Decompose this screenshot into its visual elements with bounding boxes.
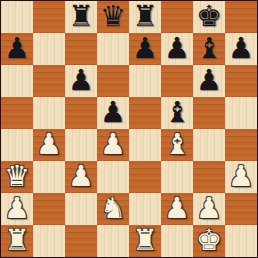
square-a6[interactable]	[1, 65, 33, 97]
white-pawn-piece[interactable]: ♟	[36, 129, 62, 160]
black-bishop-piece[interactable]: ♝	[164, 97, 190, 128]
black-pawn-piece[interactable]: ♟	[228, 33, 254, 64]
white-pawn-piece[interactable]: ♟	[68, 161, 94, 192]
square-g7[interactable]: ♝	[193, 33, 225, 65]
square-a2[interactable]: ♟	[1, 193, 33, 225]
white-queen-piece[interactable]: ♛	[4, 161, 30, 192]
square-e2[interactable]	[129, 193, 161, 225]
square-g4[interactable]	[193, 129, 225, 161]
square-c8[interactable]: ♜	[65, 1, 97, 33]
square-c6[interactable]: ♟	[65, 65, 97, 97]
white-king-piece[interactable]: ♚	[196, 225, 222, 256]
white-bishop-piece[interactable]: ♝	[164, 129, 190, 160]
black-pawn-piece[interactable]: ♟	[132, 33, 158, 64]
square-b2[interactable]	[33, 193, 65, 225]
black-king-piece[interactable]: ♚	[196, 1, 222, 32]
square-g8[interactable]: ♚	[193, 1, 225, 33]
square-e3[interactable]	[129, 161, 161, 193]
black-bishop-piece[interactable]: ♝	[196, 33, 222, 64]
square-e6[interactable]	[129, 65, 161, 97]
square-f8[interactable]	[161, 1, 193, 33]
square-h6[interactable]	[225, 65, 257, 97]
square-f7[interactable]: ♟	[161, 33, 193, 65]
black-rook-piece[interactable]: ♜	[132, 1, 158, 32]
square-d1[interactable]	[97, 225, 129, 257]
white-pawn-piece[interactable]: ♟	[228, 161, 254, 192]
square-d7[interactable]	[97, 33, 129, 65]
square-e7[interactable]: ♟	[129, 33, 161, 65]
square-a5[interactable]	[1, 97, 33, 129]
square-b8[interactable]	[33, 1, 65, 33]
square-e1[interactable]: ♜	[129, 225, 161, 257]
square-c3[interactable]: ♟	[65, 161, 97, 193]
square-e8[interactable]: ♜	[129, 1, 161, 33]
square-b7[interactable]	[33, 33, 65, 65]
square-f4[interactable]: ♝	[161, 129, 193, 161]
square-h5[interactable]	[225, 97, 257, 129]
square-g2[interactable]: ♟	[193, 193, 225, 225]
square-h8[interactable]	[225, 1, 257, 33]
black-pawn-piece[interactable]: ♟	[4, 33, 30, 64]
black-pawn-piece[interactable]: ♟	[68, 65, 94, 96]
white-pawn-piece[interactable]: ♟	[4, 193, 30, 224]
white-rook-piece[interactable]: ♜	[4, 225, 30, 256]
square-c4[interactable]	[65, 129, 97, 161]
square-a4[interactable]	[1, 129, 33, 161]
chess-board: ♜♛♜♚♟♟♟♝♟♟♟♟♝♟♟♝♛♟♟♟♞♟♟♜♜♚	[1, 1, 257, 257]
square-h7[interactable]: ♟	[225, 33, 257, 65]
white-knight-piece[interactable]: ♞	[100, 193, 126, 224]
square-c5[interactable]	[65, 97, 97, 129]
square-b3[interactable]	[33, 161, 65, 193]
white-pawn-piece[interactable]: ♟	[164, 193, 190, 224]
square-a7[interactable]: ♟	[1, 33, 33, 65]
square-g6[interactable]: ♟	[193, 65, 225, 97]
square-b1[interactable]	[33, 225, 65, 257]
black-pawn-piece[interactable]: ♟	[196, 65, 222, 96]
black-pawn-piece[interactable]: ♟	[164, 33, 190, 64]
white-rook-piece[interactable]: ♜	[132, 225, 158, 256]
square-c1[interactable]	[65, 225, 97, 257]
square-d8[interactable]: ♛	[97, 1, 129, 33]
square-g5[interactable]	[193, 97, 225, 129]
black-pawn-piece[interactable]: ♟	[100, 97, 126, 128]
white-pawn-piece[interactable]: ♟	[196, 193, 222, 224]
square-f3[interactable]	[161, 161, 193, 193]
square-d3[interactable]	[97, 161, 129, 193]
black-rook-piece[interactable]: ♜	[68, 1, 94, 32]
square-a3[interactable]: ♛	[1, 161, 33, 193]
square-g1[interactable]: ♚	[193, 225, 225, 257]
square-f2[interactable]: ♟	[161, 193, 193, 225]
square-a1[interactable]: ♜	[1, 225, 33, 257]
square-g3[interactable]	[193, 161, 225, 193]
square-c7[interactable]	[65, 33, 97, 65]
square-h4[interactable]	[225, 129, 257, 161]
square-e5[interactable]	[129, 97, 161, 129]
square-e4[interactable]	[129, 129, 161, 161]
square-h3[interactable]: ♟	[225, 161, 257, 193]
black-queen-piece[interactable]: ♛	[100, 1, 126, 32]
square-b5[interactable]	[33, 97, 65, 129]
square-c2[interactable]	[65, 193, 97, 225]
chess-board-frame: ♜♛♜♚♟♟♟♝♟♟♟♟♝♟♟♝♛♟♟♟♞♟♟♜♜♚	[0, 0, 258, 258]
square-d2[interactable]: ♞	[97, 193, 129, 225]
square-d5[interactable]: ♟	[97, 97, 129, 129]
square-f5[interactable]: ♝	[161, 97, 193, 129]
square-d6[interactable]	[97, 65, 129, 97]
square-b4[interactable]: ♟	[33, 129, 65, 161]
square-f1[interactable]	[161, 225, 193, 257]
square-a8[interactable]	[1, 1, 33, 33]
square-b6[interactable]	[33, 65, 65, 97]
square-h2[interactable]	[225, 193, 257, 225]
square-f6[interactable]	[161, 65, 193, 97]
square-d4[interactable]: ♟	[97, 129, 129, 161]
square-h1[interactable]	[225, 225, 257, 257]
white-pawn-piece[interactable]: ♟	[100, 129, 126, 160]
